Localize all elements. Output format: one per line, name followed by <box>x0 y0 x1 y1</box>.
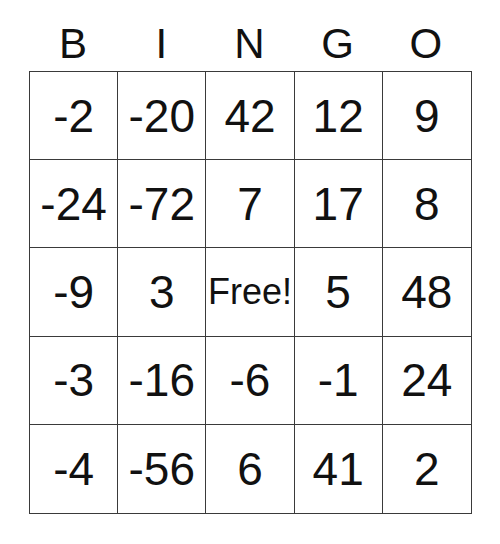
cell-r4c2[interactable]: 6 <box>206 425 294 513</box>
cell-r2c3[interactable]: 5 <box>295 248 383 336</box>
bingo-header: B I N G O <box>29 0 500 71</box>
cell-r0c1[interactable]: -20 <box>118 72 206 160</box>
cell-r1c4[interactable]: 8 <box>383 160 471 248</box>
cell-r2c4[interactable]: 48 <box>383 248 471 336</box>
cell-r1c3[interactable]: 17 <box>295 160 383 248</box>
cell-r1c0[interactable]: -24 <box>30 160 118 248</box>
cell-r1c1[interactable]: -72 <box>118 160 206 248</box>
cell-r3c3[interactable]: -1 <box>295 337 383 425</box>
cell-r0c2[interactable]: 42 <box>206 72 294 160</box>
cell-r3c0[interactable]: -3 <box>30 337 118 425</box>
header-letter-i: I <box>117 23 205 71</box>
cell-r3c1[interactable]: -16 <box>118 337 206 425</box>
cell-r4c3[interactable]: 41 <box>295 425 383 513</box>
cell-r1c2[interactable]: 7 <box>206 160 294 248</box>
cell-r0c0[interactable]: -2 <box>30 72 118 160</box>
cell-r0c4[interactable]: 9 <box>383 72 471 160</box>
cell-r2c1[interactable]: 3 <box>118 248 206 336</box>
header-letter-b: B <box>29 23 117 71</box>
bingo-grid: -2 -20 42 12 9 -24 -72 7 17 8 -9 3 Free!… <box>29 71 472 514</box>
cell-r4c4[interactable]: 2 <box>383 425 471 513</box>
cell-r2c0[interactable]: -9 <box>30 248 118 336</box>
header-letter-o: O <box>382 23 470 71</box>
cell-r3c2[interactable]: -6 <box>206 337 294 425</box>
cell-r0c3[interactable]: 12 <box>295 72 383 160</box>
bingo-card: B I N G O -2 -20 42 12 9 -24 -72 7 17 8 … <box>0 0 500 544</box>
cell-r3c4[interactable]: 24 <box>383 337 471 425</box>
header-letter-n: N <box>205 23 293 71</box>
cell-r2c2-free[interactable]: Free! <box>206 248 294 336</box>
header-letter-g: G <box>294 23 382 71</box>
cell-r4c1[interactable]: -56 <box>118 425 206 513</box>
cell-r4c0[interactable]: -4 <box>30 425 118 513</box>
